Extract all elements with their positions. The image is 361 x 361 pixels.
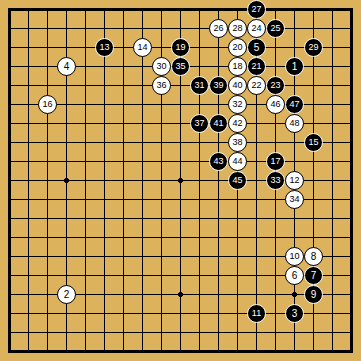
stone-38: 38 [228, 133, 247, 152]
stone-35: 35 [171, 57, 190, 76]
stone-16: 16 [38, 95, 57, 114]
stone-41: 41 [209, 114, 228, 133]
stone-1: 1 [285, 57, 304, 76]
stone-4: 4 [57, 57, 76, 76]
stone-7: 7 [304, 266, 323, 285]
stone-47: 47 [285, 95, 304, 114]
stone-13: 13 [95, 38, 114, 57]
stone-15: 15 [304, 133, 323, 152]
stone-20: 20 [228, 38, 247, 57]
stone-29: 29 [304, 38, 323, 57]
stone-22: 22 [247, 76, 266, 95]
stone-44: 44 [228, 152, 247, 171]
stone-9: 9 [304, 285, 323, 304]
stone-25: 25 [266, 19, 285, 38]
stone-37: 37 [190, 114, 209, 133]
stone-45: 45 [228, 171, 247, 190]
stone-36: 36 [152, 76, 171, 95]
stone-33: 33 [266, 171, 285, 190]
stone-40: 40 [228, 76, 247, 95]
stone-8: 8 [304, 247, 323, 266]
stone-2: 2 [57, 285, 76, 304]
stone-24: 24 [247, 19, 266, 38]
stone-21: 21 [247, 57, 266, 76]
stone-3: 3 [285, 304, 304, 323]
stone-6: 6 [285, 266, 304, 285]
stone-12: 12 [285, 171, 304, 190]
stone-34: 34 [285, 190, 304, 209]
stone-28: 28 [228, 19, 247, 38]
stone-26: 26 [209, 19, 228, 38]
stone-14: 14 [133, 38, 152, 57]
stone-43: 43 [209, 152, 228, 171]
stone-48: 48 [285, 114, 304, 133]
stone-32: 32 [228, 95, 247, 114]
stone-17: 17 [266, 152, 285, 171]
stone-18: 18 [228, 57, 247, 76]
stone-42: 42 [228, 114, 247, 133]
stones-layer: 1234567891011121314151617181920212223242… [0, 0, 361, 361]
stone-5: 5 [247, 38, 266, 57]
stone-23: 23 [266, 76, 285, 95]
stone-27: 27 [247, 0, 266, 19]
stone-30: 30 [152, 57, 171, 76]
stone-39: 39 [209, 76, 228, 95]
stone-31: 31 [190, 76, 209, 95]
stone-46: 46 [266, 95, 285, 114]
stone-11: 11 [247, 304, 266, 323]
stone-19: 19 [171, 38, 190, 57]
go-board: 1234567891011121314151617181920212223242… [0, 0, 361, 361]
stone-10: 10 [285, 247, 304, 266]
